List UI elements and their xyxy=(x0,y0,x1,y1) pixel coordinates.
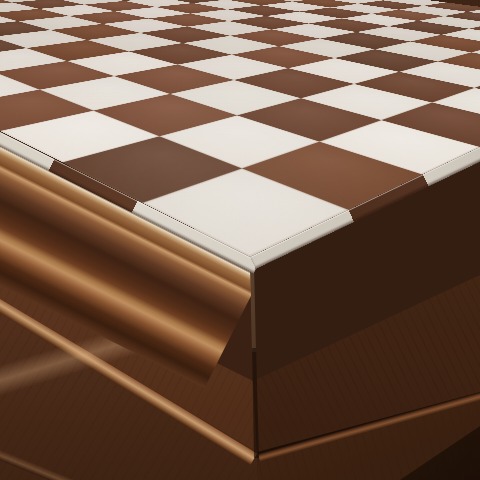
chessboard-photo xyxy=(0,0,480,480)
